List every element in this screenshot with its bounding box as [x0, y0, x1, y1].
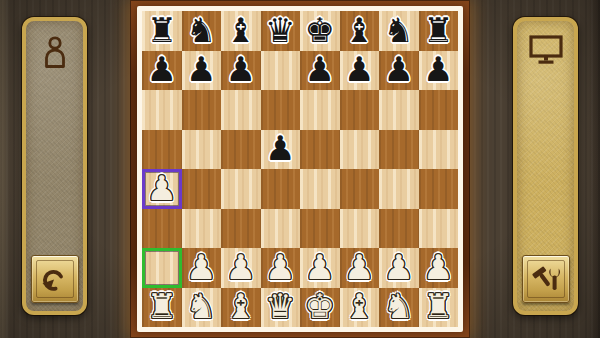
- right-player-panel: [513, 17, 578, 315]
- square-d7[interactable]: [261, 51, 301, 91]
- black-rook[interactable]: ♜: [147, 13, 177, 47]
- white-rook[interactable]: ♜: [423, 289, 453, 323]
- black-queen[interactable]: ♛: [265, 13, 295, 47]
- square-a4[interactable]: ♟: [142, 169, 182, 209]
- white-bishop[interactable]: ♝: [344, 289, 374, 323]
- square-a3[interactable]: [142, 209, 182, 249]
- square-c2[interactable]: ♟: [221, 248, 261, 288]
- square-f4[interactable]: [340, 169, 380, 209]
- black-king[interactable]: ♚: [305, 13, 335, 47]
- square-a1[interactable]: ♜: [142, 288, 182, 328]
- square-h2[interactable]: ♟: [419, 248, 459, 288]
- square-a2[interactable]: [142, 248, 182, 288]
- square-b8[interactable]: ♞: [182, 11, 222, 51]
- black-pawn[interactable]: ♟: [384, 52, 414, 86]
- black-bishop[interactable]: ♝: [344, 13, 374, 47]
- black-pawn[interactable]: ♟: [344, 52, 374, 86]
- square-h3[interactable]: [419, 209, 459, 249]
- square-h1[interactable]: ♜: [419, 288, 459, 328]
- square-a7[interactable]: ♟: [142, 51, 182, 91]
- square-h8[interactable]: ♜: [419, 11, 459, 51]
- black-bishop[interactable]: ♝: [226, 13, 256, 47]
- white-pawn[interactable]: ♟: [305, 250, 335, 284]
- white-pawn[interactable]: ♟: [265, 250, 295, 284]
- square-g6[interactable]: [379, 90, 419, 130]
- black-pawn[interactable]: ♟: [305, 52, 335, 86]
- black-pawn[interactable]: ♟: [186, 52, 216, 86]
- square-h5[interactable]: [419, 130, 459, 170]
- square-g2[interactable]: ♟: [379, 248, 419, 288]
- square-d4[interactable]: [261, 169, 301, 209]
- square-h4[interactable]: [419, 169, 459, 209]
- square-b5[interactable]: [182, 130, 222, 170]
- white-pawn[interactable]: ♟: [147, 171, 177, 205]
- square-d3[interactable]: [261, 209, 301, 249]
- white-rook[interactable]: ♜: [147, 289, 177, 323]
- black-pawn[interactable]: ♟: [423, 52, 453, 86]
- white-king[interactable]: ♚: [305, 289, 335, 323]
- square-c4[interactable]: [221, 169, 261, 209]
- black-rook[interactable]: ♜: [423, 13, 453, 47]
- monitor-icon: [528, 34, 564, 70]
- square-f3[interactable]: [340, 209, 380, 249]
- white-knight[interactable]: ♞: [384, 289, 414, 323]
- square-g8[interactable]: ♞: [379, 11, 419, 51]
- tools-icon: [530, 263, 562, 295]
- square-e8[interactable]: ♚: [300, 11, 340, 51]
- square-a6[interactable]: [142, 90, 182, 130]
- square-f2[interactable]: ♟: [340, 248, 380, 288]
- settings-button[interactable]: [522, 255, 570, 303]
- square-c1[interactable]: ♝: [221, 288, 261, 328]
- white-pawn[interactable]: ♟: [423, 250, 453, 284]
- square-g7[interactable]: ♟: [379, 51, 419, 91]
- square-b1[interactable]: ♞: [182, 288, 222, 328]
- square-c6[interactable]: [221, 90, 261, 130]
- square-c7[interactable]: ♟: [221, 51, 261, 91]
- square-g1[interactable]: ♞: [379, 288, 419, 328]
- white-pawn[interactable]: ♟: [344, 250, 374, 284]
- game-stage: ♜♞♝♛♚♝♞♜♟♟♟♟♟♟♟♟♟♟♟♟♟♟♟♟♜♞♝♛♚♝♞♜: [0, 0, 600, 338]
- square-a5[interactable]: [142, 130, 182, 170]
- undo-arrow-icon: [38, 262, 72, 296]
- square-e2[interactable]: ♟: [300, 248, 340, 288]
- square-f5[interactable]: [340, 130, 380, 170]
- square-e1[interactable]: ♚: [300, 288, 340, 328]
- black-pawn[interactable]: ♟: [226, 52, 256, 86]
- square-d6[interactable]: [261, 90, 301, 130]
- square-h6[interactable]: [419, 90, 459, 130]
- square-b3[interactable]: [182, 209, 222, 249]
- square-f7[interactable]: ♟: [340, 51, 380, 91]
- square-g4[interactable]: [379, 169, 419, 209]
- board-frame: ♜♞♝♛♚♝♞♜♟♟♟♟♟♟♟♟♟♟♟♟♟♟♟♟♜♞♝♛♚♝♞♜: [130, 0, 470, 338]
- white-knight[interactable]: ♞: [186, 289, 216, 323]
- square-f1[interactable]: ♝: [340, 288, 380, 328]
- person-icon: [40, 34, 70, 74]
- white-pawn[interactable]: ♟: [226, 250, 256, 284]
- square-c3[interactable]: [221, 209, 261, 249]
- white-pawn[interactable]: ♟: [384, 250, 414, 284]
- black-pawn[interactable]: ♟: [265, 131, 295, 165]
- black-pawn[interactable]: ♟: [147, 52, 177, 86]
- white-pawn[interactable]: ♟: [186, 250, 216, 284]
- undo-button[interactable]: [31, 255, 79, 303]
- square-d5[interactable]: ♟: [261, 130, 301, 170]
- left-player-panel: [22, 17, 87, 315]
- black-knight[interactable]: ♞: [384, 13, 414, 47]
- square-d8[interactable]: ♛: [261, 11, 301, 51]
- black-knight[interactable]: ♞: [186, 13, 216, 47]
- square-b4[interactable]: [182, 169, 222, 209]
- square-e4[interactable]: [300, 169, 340, 209]
- square-f8[interactable]: ♝: [340, 11, 380, 51]
- square-b6[interactable]: [182, 90, 222, 130]
- chess-board: ♜♞♝♛♚♝♞♜♟♟♟♟♟♟♟♟♟♟♟♟♟♟♟♟♜♞♝♛♚♝♞♜: [142, 11, 458, 327]
- square-b2[interactable]: ♟: [182, 248, 222, 288]
- square-e5[interactable]: [300, 130, 340, 170]
- square-c8[interactable]: ♝: [221, 11, 261, 51]
- white-bishop[interactable]: ♝: [226, 289, 256, 323]
- square-a8[interactable]: ♜: [142, 11, 182, 51]
- white-queen[interactable]: ♛: [265, 289, 295, 323]
- square-d2[interactable]: ♟: [261, 248, 301, 288]
- square-e7[interactable]: ♟: [300, 51, 340, 91]
- square-g5[interactable]: [379, 130, 419, 170]
- square-b7[interactable]: ♟: [182, 51, 222, 91]
- square-c5[interactable]: [221, 130, 261, 170]
- square-e6[interactable]: [300, 90, 340, 130]
- square-f6[interactable]: [340, 90, 380, 130]
- square-g3[interactable]: [379, 209, 419, 249]
- square-e3[interactable]: [300, 209, 340, 249]
- square-h7[interactable]: ♟: [419, 51, 459, 91]
- square-d1[interactable]: ♛: [261, 288, 301, 328]
